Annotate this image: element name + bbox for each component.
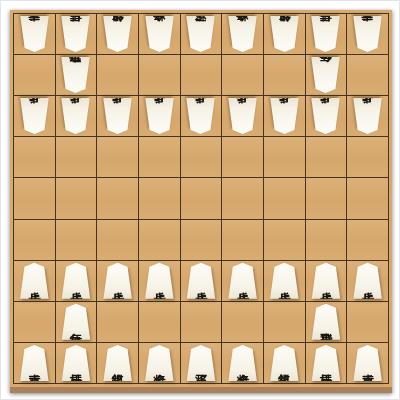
board-cell-r1c3[interactable]: 銀将 [97,14,138,54]
koma-tile: 歩兵 [102,98,133,134]
piece-gote-hisha-rook[interactable]: 飛車 [60,57,91,93]
board-cell-r4c2[interactable] [56,137,97,177]
board-cell-r3c2[interactable]: 歩兵 [56,96,97,136]
koma-tile: 飛車 [310,304,341,340]
piece-gote-ginsho-silver[interactable]: 銀将 [102,16,133,52]
board-cell-r6c2[interactable] [56,220,97,260]
koma-tile: 金将 [227,16,258,52]
board-cell-r4c8[interactable] [306,137,347,177]
board-cell-r9c8[interactable]: 桂馬 [306,343,347,383]
board-cell-r2c2[interactable]: 飛車 [56,55,97,95]
koma-tile: 歩兵 [185,263,216,299]
koma-tile: 歩兵 [60,263,91,299]
board-cell-r7c4[interactable]: 歩兵 [139,261,180,301]
koma-tile: 歩兵 [144,263,175,299]
board-cell-r3c8[interactable]: 歩兵 [306,96,347,136]
piece-sente-fuhyo-pawn[interactable]: 歩兵 [227,263,258,299]
koma-tile: 香車 [352,16,383,52]
koma-tile: 銀将 [269,345,300,381]
piece-sente-hisha-rook[interactable]: 飛車 [310,304,341,340]
board-cell-r9c6[interactable]: 金将 [222,343,263,383]
piece-gote-kyosha-lance[interactable]: 香車 [19,16,50,52]
koma-tile: 桂馬 [60,16,91,52]
piece-sente-fuhyo-pawn[interactable]: 歩兵 [352,263,383,299]
board-cell-r2c7[interactable] [264,55,305,95]
board-cell-r8c4[interactable] [139,302,180,342]
board-cell-r6c6[interactable] [222,220,263,260]
board-cell-r5c5[interactable] [181,178,222,218]
piece-gote-fuhyo-pawn[interactable]: 歩兵 [102,98,133,134]
koma-tile: 歩兵 [227,98,258,134]
board-cell-r3c4[interactable]: 歩兵 [139,96,180,136]
koma-tile: 銀将 [269,16,300,52]
piece-sente-ginsho-silver[interactable]: 銀将 [102,345,133,381]
board-cell-r4c9[interactable] [347,137,388,177]
koma-tile: 歩兵 [269,98,300,134]
board-grid: 香車桂馬銀将金将玉将金将銀将桂馬香車飛車角行歩兵歩兵歩兵歩兵歩兵歩兵歩兵歩兵歩兵… [13,13,389,384]
koma-tile: 歩兵 [352,263,383,299]
board-cell-r3c7[interactable]: 歩兵 [264,96,305,136]
board-cell-r3c3[interactable]: 歩兵 [97,96,138,136]
piece-gote-keima-knight[interactable]: 桂馬 [310,16,341,52]
piece-gote-fuhyo-pawn[interactable]: 歩兵 [185,98,216,134]
piece-gote-kinsho-gold[interactable]: 金将 [144,16,175,52]
koma-tile: 銀将 [102,345,133,381]
piece-sente-fuhyo-pawn[interactable]: 歩兵 [185,263,216,299]
board-cell-r9c4[interactable]: 金将 [139,343,180,383]
piece-gote-ginsho-silver[interactable]: 銀将 [269,16,300,52]
board-cell-r3c9[interactable]: 歩兵 [347,96,388,136]
koma-tile: 桂馬 [60,345,91,381]
shogi-board: 香車桂馬銀将金将玉将金将銀将桂馬香車飛車角行歩兵歩兵歩兵歩兵歩兵歩兵歩兵歩兵歩兵… [10,10,392,393]
piece-sente-keima-knight[interactable]: 桂馬 [310,345,341,381]
board-cell-r6c8[interactable] [306,220,347,260]
board-cell-r3c1[interactable]: 歩兵 [14,96,55,136]
koma-tile: 歩兵 [19,263,50,299]
koma-tile: 歩兵 [60,98,91,134]
piece-sente-fuhyo-pawn[interactable]: 歩兵 [60,263,91,299]
board-cell-r7c8[interactable]: 歩兵 [306,261,347,301]
board-cell-r7c6[interactable]: 歩兵 [222,261,263,301]
koma-tile: 香車 [19,345,50,381]
board-cell-r8c2[interactable]: 角行 [56,302,97,342]
koma-tile: 銀将 [102,16,133,52]
board-cell-r1c5[interactable]: 玉将 [181,14,222,54]
koma-tile: 歩兵 [102,263,133,299]
board-cell-r2c9[interactable] [347,55,388,95]
board-cell-r6c3[interactable] [97,220,138,260]
piece-sente-fuhyo-pawn[interactable]: 歩兵 [310,263,341,299]
board-cell-r6c5[interactable] [181,220,222,260]
board-cell-r8c1[interactable] [14,302,55,342]
board-cell-r8c8[interactable]: 飛車 [306,302,347,342]
board-cell-r6c9[interactable] [347,220,388,260]
piece-sente-kinsho-gold[interactable]: 金将 [144,345,175,381]
piece-gote-keima-knight[interactable]: 桂馬 [60,16,91,52]
koma-tile: 飛車 [60,57,91,93]
koma-tile: 香車 [19,16,50,52]
board-cell-r3c5[interactable]: 歩兵 [181,96,222,136]
piece-sente-keima-knight[interactable]: 桂馬 [60,345,91,381]
board-cell-r1c6[interactable]: 金将 [222,14,263,54]
board-cell-r5c8[interactable] [306,178,347,218]
piece-sente-fuhyo-pawn[interactable]: 歩兵 [19,263,50,299]
board-cell-r7c2[interactable]: 歩兵 [56,261,97,301]
koma-tile: 歩兵 [144,98,175,134]
piece-sente-ginsho-silver[interactable]: 銀将 [269,345,300,381]
board-cell-r9c1[interactable]: 香車 [14,343,55,383]
piece-gote-fuhyo-pawn[interactable]: 歩兵 [144,98,175,134]
koma-tile: 香車 [352,345,383,381]
koma-tile: 歩兵 [185,98,216,134]
board-cell-r2c8[interactable]: 角行 [306,55,347,95]
koma-tile: 王将 [185,345,216,381]
board-cell-r4c7[interactable] [264,137,305,177]
board-cell-r4c5[interactable] [181,137,222,177]
board-cell-r4c6[interactable] [222,137,263,177]
board-cell-r1c7[interactable]: 銀将 [264,14,305,54]
board-cell-r1c9[interactable]: 香車 [347,14,388,54]
board-cell-r9c9[interactable]: 香車 [347,343,388,383]
koma-tile: 歩兵 [310,98,341,134]
board-cell-r2c1[interactable] [14,55,55,95]
board-cell-r1c2[interactable]: 桂馬 [56,14,97,54]
koma-tile: 歩兵 [269,263,300,299]
koma-tile: 歩兵 [227,263,258,299]
board-cell-r7c7[interactable]: 歩兵 [264,261,305,301]
board-cell-r2c4[interactable] [139,55,180,95]
koma-tile: 桂馬 [310,345,341,381]
piece-gote-fuhyo-pawn[interactable]: 歩兵 [227,98,258,134]
piece-sente-kinsho-gold[interactable]: 金将 [227,345,258,381]
piece-sente-kakugyo-bishop[interactable]: 角行 [60,304,91,340]
piece-gote-fuhyo-pawn[interactable]: 歩兵 [310,98,341,134]
piece-gote-gyokusho-king[interactable]: 玉将 [185,16,216,52]
piece-gote-fuhyo-pawn[interactable]: 歩兵 [19,98,50,134]
koma-tile: 角行 [310,57,341,93]
piece-gote-fuhyo-pawn[interactable]: 歩兵 [269,98,300,134]
board-cell-r4c3[interactable] [97,137,138,177]
piece-sente-fuhyo-pawn[interactable]: 歩兵 [102,263,133,299]
board-cell-r9c3[interactable]: 銀将 [97,343,138,383]
board-cell-r7c1[interactable]: 歩兵 [14,261,55,301]
board-cell-r5c6[interactable] [222,178,263,218]
koma-tile: 金将 [227,345,258,381]
koma-tile: 玉将 [185,16,216,52]
page: 香車桂馬銀将金将玉将金将銀将桂馬香車飛車角行歩兵歩兵歩兵歩兵歩兵歩兵歩兵歩兵歩兵… [0,0,400,400]
piece-sente-osho-king[interactable]: 王将 [185,345,216,381]
board-cell-r9c2[interactable]: 桂馬 [56,343,97,383]
koma-tile: 角行 [60,304,91,340]
board-cell-r8c3[interactable] [97,302,138,342]
board-cell-r5c3[interactable] [97,178,138,218]
board-cell-r4c4[interactable] [139,137,180,177]
board-cell-r5c7[interactable] [264,178,305,218]
board-cell-r6c7[interactable] [264,220,305,260]
board-cell-r2c3[interactable] [97,55,138,95]
board-cell-r1c8[interactable]: 桂馬 [306,14,347,54]
board-cell-r1c1[interactable]: 香車 [14,14,55,54]
board-cell-r9c5[interactable]: 王将 [181,343,222,383]
piece-sente-kyosha-lance[interactable]: 香車 [19,345,50,381]
board-cell-r7c9[interactable]: 歩兵 [347,261,388,301]
piece-gote-kakugyo-bishop[interactable]: 角行 [310,57,341,93]
piece-sente-kyosha-lance[interactable]: 香車 [352,345,383,381]
piece-gote-kyosha-lance[interactable]: 香車 [352,16,383,52]
koma-tile: 金将 [144,16,175,52]
board-cell-r8c5[interactable] [181,302,222,342]
board-cell-r7c3[interactable]: 歩兵 [97,261,138,301]
board-cell-r5c4[interactable] [139,178,180,218]
board-cell-r6c1[interactable] [14,220,55,260]
board-cell-r4c1[interactable] [14,137,55,177]
koma-tile: 歩兵 [352,98,383,134]
board-cell-r7c5[interactable]: 歩兵 [181,261,222,301]
board-cell-r2c6[interactable] [222,55,263,95]
board-cell-r9c7[interactable]: 銀将 [264,343,305,383]
board-cell-r8c7[interactable] [264,302,305,342]
board-cell-r6c4[interactable] [139,220,180,260]
koma-tile: 金将 [144,345,175,381]
koma-tile: 歩兵 [310,263,341,299]
board-cell-r8c9[interactable] [347,302,388,342]
board-cell-r5c1[interactable] [14,178,55,218]
piece-gote-fuhyo-pawn[interactable]: 歩兵 [352,98,383,134]
board-cell-r2c5[interactable] [181,55,222,95]
koma-tile: 桂馬 [310,16,341,52]
koma-tile: 歩兵 [19,98,50,134]
piece-sente-fuhyo-pawn[interactable]: 歩兵 [269,263,300,299]
board-cell-r3c6[interactable]: 歩兵 [222,96,263,136]
piece-gote-fuhyo-pawn[interactable]: 歩兵 [60,98,91,134]
board-cell-r5c2[interactable] [56,178,97,218]
board-cell-r8c6[interactable] [222,302,263,342]
piece-sente-fuhyo-pawn[interactable]: 歩兵 [144,263,175,299]
board-cell-r1c4[interactable]: 金将 [139,14,180,54]
board-cell-r5c9[interactable] [347,178,388,218]
piece-gote-kinsho-gold[interactable]: 金将 [227,16,258,52]
